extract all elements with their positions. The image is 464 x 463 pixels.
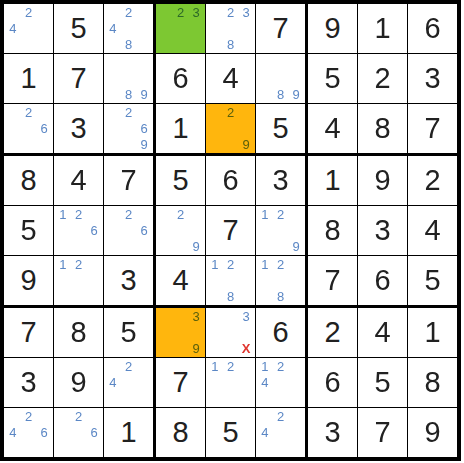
empty-candidate-slot <box>207 5 223 21</box>
cell-r6c2[interactable]: 12 <box>54 256 103 305</box>
empty-candidate-slot <box>136 359 152 375</box>
empty-candidate-slot <box>288 375 304 391</box>
empty-candidate-slot <box>105 390 121 406</box>
candidate-9[interactable]: 9 <box>136 136 152 152</box>
candidate-6[interactable]: 6 <box>86 425 102 441</box>
empty-candidate-slot <box>71 425 87 441</box>
candidate-6[interactable]: 6 <box>36 121 52 137</box>
empty-candidate-slot <box>288 207 304 223</box>
cell-r8c8[interactable]: 5 <box>358 358 407 407</box>
candidate-9[interactable]: 9 <box>188 238 204 254</box>
candidate-2[interactable]: 2 <box>223 5 239 21</box>
empty-candidate-slot <box>121 223 137 239</box>
empty-candidate-slot <box>136 375 152 391</box>
cell-r9c4[interactable]: 8 <box>156 408 205 457</box>
empty-candidate-slot <box>136 390 152 406</box>
cell-r6c7[interactable]: 7 <box>308 256 357 305</box>
empty-candidate-slot <box>273 55 289 71</box>
candidate-grid: 246 <box>5 409 52 456</box>
cell-r7c2[interactable]: 8 <box>54 308 103 357</box>
cell-r2c7[interactable]: 5 <box>308 54 357 103</box>
candidate-grid: 23 <box>157 5 204 52</box>
candidate-grid: 39 <box>157 309 204 356</box>
candidate-6[interactable]: 6 <box>86 223 102 239</box>
candidate-3[interactable]: 3 <box>188 5 204 21</box>
candidate-8[interactable]: 8 <box>223 36 239 52</box>
candidate-1[interactable]: 1 <box>207 359 223 375</box>
solved-digit: 6 <box>374 266 390 295</box>
cell-r4c2[interactable]: 4 <box>54 156 103 205</box>
cell-r9c1[interactable]: 246 <box>4 408 53 457</box>
solved-digit: 1 <box>424 318 440 347</box>
empty-candidate-slot <box>288 257 304 273</box>
candidate-9[interactable]: 9 <box>288 86 304 102</box>
empty-candidate-slot <box>257 238 273 254</box>
solved-digit: 5 <box>172 166 188 195</box>
solved-digit: 1 <box>20 64 36 93</box>
empty-candidate-slot <box>86 288 102 304</box>
empty-candidate-slot <box>105 238 121 254</box>
empty-candidate-slot <box>223 325 239 341</box>
empty-candidate-slot <box>21 136 37 152</box>
cell-r6c8[interactable]: 6 <box>358 256 407 305</box>
empty-candidate-slot <box>157 36 173 52</box>
empty-candidate-slot <box>36 5 52 21</box>
empty-candidate-slot <box>86 257 102 273</box>
cell-r5c9[interactable]: 4 <box>408 206 457 255</box>
cell-r1c7[interactable]: 9 <box>308 4 357 53</box>
cell-r3c6[interactable]: 5 <box>256 104 305 153</box>
cell-r5c4[interactable]: 29 <box>156 206 205 255</box>
empty-candidate-slot <box>157 5 173 21</box>
solved-digit: 9 <box>20 266 36 295</box>
empty-candidate-slot <box>121 390 137 406</box>
candidate-4[interactable]: 4 <box>5 21 21 37</box>
empty-candidate-slot <box>257 223 273 239</box>
empty-candidate-slot <box>105 223 121 239</box>
empty-candidate-slot <box>273 223 289 239</box>
empty-candidate-slot <box>157 309 173 325</box>
empty-candidate-slot <box>238 36 254 52</box>
solved-digit: 7 <box>222 216 238 245</box>
candidate-2[interactable]: 2 <box>223 105 239 121</box>
cell-r5c8[interactable]: 3 <box>358 206 407 255</box>
candidate-3[interactable]: 3 <box>188 309 204 325</box>
empty-candidate-slot <box>105 359 121 375</box>
candidate-2[interactable]: 2 <box>121 105 137 121</box>
cell-r5c3[interactable]: 26 <box>104 206 153 255</box>
solved-digit: 4 <box>222 64 238 93</box>
cell-r9c3[interactable]: 1 <box>104 408 153 457</box>
cell-r9c9[interactable]: 9 <box>408 408 457 457</box>
solved-digit: 8 <box>324 216 340 245</box>
candidate-2[interactable]: 2 <box>273 359 289 375</box>
empty-candidate-slot <box>173 36 189 52</box>
cell-r4c1[interactable]: 8 <box>4 156 53 205</box>
cell-r6c1[interactable]: 9 <box>4 256 53 305</box>
candidate-4[interactable]: 4 <box>105 21 121 37</box>
empty-candidate-slot <box>36 21 52 37</box>
empty-candidate-slot <box>136 36 152 52</box>
empty-candidate-slot <box>136 105 152 121</box>
solved-digit: 9 <box>374 166 390 195</box>
cell-r8c2[interactable]: 9 <box>54 358 103 407</box>
cell-r8c9[interactable]: 8 <box>408 358 457 407</box>
empty-candidate-slot <box>257 409 273 425</box>
candidate-1[interactable]: 1 <box>257 207 273 223</box>
empty-candidate-slot <box>157 21 173 37</box>
solved-digit: 9 <box>424 418 440 447</box>
candidate-2[interactable]: 2 <box>273 257 289 273</box>
candidate-9[interactable]: 9 <box>136 86 152 102</box>
empty-candidate-slot <box>273 390 289 406</box>
empty-candidate-slot <box>136 21 152 37</box>
solved-digit: 4 <box>324 114 340 143</box>
solved-digit: 3 <box>120 266 136 295</box>
cell-r8c4[interactable]: 7 <box>156 358 205 407</box>
candidate-2[interactable]: 2 <box>21 105 37 121</box>
empty-candidate-slot <box>5 136 21 152</box>
candidate-grid: 24 <box>257 409 304 456</box>
empty-candidate-slot <box>36 105 52 121</box>
box-1: 2452481789263269 <box>4 4 153 153</box>
candidate-2[interactable]: 2 <box>173 207 189 223</box>
box-2: 23238764891295 <box>156 4 305 153</box>
cell-r5c5[interactable]: 7 <box>206 206 255 255</box>
candidate-2[interactable]: 2 <box>273 207 289 223</box>
empty-candidate-slot <box>257 440 273 456</box>
candidate-grid: 26 <box>5 105 52 152</box>
empty-candidate-slot <box>55 440 71 456</box>
candidate-8[interactable]: 8 <box>121 36 137 52</box>
empty-candidate-slot <box>188 36 204 52</box>
cell-r1c6[interactable]: 7 <box>256 4 305 53</box>
cell-r7c6[interactable]: 6 <box>256 308 305 357</box>
candidate-grid: 248 <box>105 5 152 52</box>
cell-r3c2[interactable]: 3 <box>54 104 103 153</box>
solved-digit: 4 <box>374 318 390 347</box>
candidate-4[interactable]: 4 <box>105 375 121 391</box>
cell-r3c7[interactable]: 4 <box>308 104 357 153</box>
empty-candidate-slot <box>257 55 273 71</box>
candidate-2[interactable]: 2 <box>173 5 189 21</box>
cell-r4c3[interactable]: 7 <box>104 156 153 205</box>
cell-r9c5[interactable]: 5 <box>206 408 255 457</box>
cell-r2c1[interactable]: 1 <box>4 54 53 103</box>
cell-r5c7[interactable]: 8 <box>308 206 357 255</box>
cell-r1c3[interactable]: 248 <box>104 4 153 53</box>
solved-digit: 9 <box>324 14 340 43</box>
cell-r9c6[interactable]: 24 <box>256 408 305 457</box>
empty-candidate-slot <box>136 207 152 223</box>
cell-r7c7[interactable]: 2 <box>308 308 357 357</box>
candidate-6[interactable]: 6 <box>136 121 152 137</box>
candidate-8[interactable]: 8 <box>273 288 289 304</box>
cell-r4c4[interactable]: 5 <box>156 156 205 205</box>
solved-digit: 3 <box>374 216 390 245</box>
empty-candidate-slot <box>173 325 189 341</box>
empty-candidate-slot <box>105 71 121 87</box>
empty-candidate-slot <box>288 359 304 375</box>
candidate-grid: 128 <box>257 257 304 304</box>
cell-r9c2[interactable]: 26 <box>54 408 103 457</box>
cell-r5c2[interactable]: 126 <box>54 206 103 255</box>
cell-r4c5[interactable]: 6 <box>206 156 255 205</box>
empty-candidate-slot <box>288 55 304 71</box>
candidate-2[interactable]: 2 <box>21 409 37 425</box>
empty-candidate-slot <box>238 325 254 341</box>
solved-digit: 1 <box>172 114 188 143</box>
solved-digit: 5 <box>70 14 86 43</box>
cell-r4c8[interactable]: 9 <box>358 156 407 205</box>
solved-digit: 8 <box>70 318 86 347</box>
candidate-3[interactable]: 3 <box>238 5 254 21</box>
empty-candidate-slot <box>188 21 204 37</box>
cell-r2c8[interactable]: 2 <box>358 54 407 103</box>
solved-digit: 6 <box>172 64 188 93</box>
empty-candidate-slot <box>273 71 289 87</box>
solved-digit: 7 <box>70 64 86 93</box>
candidate-1[interactable]: 1 <box>257 359 273 375</box>
candidate-2[interactable]: 2 <box>121 207 137 223</box>
empty-candidate-slot <box>238 257 254 273</box>
cell-r1c9[interactable]: 6 <box>408 4 457 53</box>
empty-candidate-slot <box>121 136 137 152</box>
candidate-2[interactable]: 2 <box>121 5 137 21</box>
solved-digit: 3 <box>324 418 340 447</box>
empty-candidate-slot <box>5 36 21 52</box>
cell-r2c2[interactable]: 7 <box>54 54 103 103</box>
empty-candidate-slot <box>223 273 239 289</box>
solved-digit: 6 <box>424 14 440 43</box>
solved-digit: 3 <box>20 368 36 397</box>
cell-r8c5[interactable]: 12 <box>206 358 255 407</box>
candidate-2[interactable]: 2 <box>223 257 239 273</box>
empty-candidate-slot <box>136 55 152 71</box>
empty-candidate-slot <box>105 136 121 152</box>
candidate-6[interactable]: 6 <box>136 223 152 239</box>
cell-r8c1[interactable]: 3 <box>4 358 53 407</box>
empty-candidate-slot <box>157 223 173 239</box>
empty-candidate-slot <box>257 71 273 87</box>
cell-r1c8[interactable]: 1 <box>358 4 407 53</box>
empty-candidate-slot <box>86 273 102 289</box>
solved-digit: 4 <box>70 166 86 195</box>
cell-r3c8[interactable]: 8 <box>358 104 407 153</box>
candidate-grid: 29 <box>157 207 204 254</box>
candidate-2[interactable]: 2 <box>21 5 37 21</box>
candidate-grid: 124 <box>257 359 304 406</box>
cell-r8c3[interactable]: 24 <box>104 358 153 407</box>
empty-candidate-slot <box>71 223 87 239</box>
empty-candidate-slot <box>273 440 289 456</box>
candidate-6[interactable]: 6 <box>36 425 52 441</box>
empty-candidate-slot <box>207 288 223 304</box>
empty-candidate-slot <box>86 440 102 456</box>
empty-candidate-slot <box>36 36 52 52</box>
solved-digit: 3 <box>424 64 440 93</box>
candidate-2[interactable]: 2 <box>121 359 137 375</box>
empty-candidate-slot <box>105 5 121 21</box>
solved-digit: 6 <box>272 318 288 347</box>
empty-candidate-slot <box>288 425 304 441</box>
candidate-2[interactable]: 2 <box>71 207 87 223</box>
empty-candidate-slot <box>21 36 37 52</box>
box-9: 241658379 <box>308 308 457 457</box>
cell-r3c4[interactable]: 1 <box>156 104 205 153</box>
solved-digit: 1 <box>324 166 340 195</box>
candidate-2[interactable]: 2 <box>71 409 87 425</box>
empty-candidate-slot <box>5 105 21 121</box>
empty-candidate-slot <box>238 273 254 289</box>
candidate-2[interactable]: 2 <box>273 409 289 425</box>
empty-candidate-slot <box>157 207 173 223</box>
cell-r1c1[interactable]: 24 <box>4 4 53 53</box>
cell-r1c2[interactable]: 5 <box>54 4 103 53</box>
cell-r7c1[interactable]: 7 <box>4 308 53 357</box>
solved-digit: 5 <box>222 418 238 447</box>
empty-candidate-slot <box>288 273 304 289</box>
cell-r4c6[interactable]: 3 <box>256 156 305 205</box>
cell-r2c9[interactable]: 3 <box>408 54 457 103</box>
cell-r6c4[interactable]: 4 <box>156 256 205 305</box>
solved-digit: 5 <box>424 266 440 295</box>
empty-candidate-slot <box>105 86 121 102</box>
empty-candidate-slot <box>105 121 121 137</box>
cell-r1c5[interactable]: 238 <box>206 4 255 53</box>
candidate-grid: 29 <box>207 105 254 152</box>
cell-r7c9[interactable]: 1 <box>408 308 457 357</box>
empty-candidate-slot <box>207 121 223 137</box>
solved-digit: 8 <box>424 368 440 397</box>
solved-digit: 8 <box>20 166 36 195</box>
empty-candidate-slot <box>238 390 254 406</box>
solved-digit: 6 <box>324 368 340 397</box>
cell-r2c6[interactable]: 89 <box>256 54 305 103</box>
candidate-grid: 24 <box>5 5 52 52</box>
empty-candidate-slot <box>173 21 189 37</box>
box-3: 916523487 <box>308 4 457 153</box>
solved-digit: 2 <box>424 166 440 195</box>
empty-candidate-slot <box>223 340 239 356</box>
cell-r7c3[interactable]: 5 <box>104 308 153 357</box>
candidate-4[interactable]: 4 <box>5 425 21 441</box>
cell-r2c3[interactable]: 89 <box>104 54 153 103</box>
empty-candidate-slot <box>173 309 189 325</box>
candidate-8[interactable]: 8 <box>223 288 239 304</box>
cell-r5c1[interactable]: 5 <box>4 206 53 255</box>
candidate-4[interactable]: 4 <box>257 375 273 391</box>
candidate-grid: 89 <box>257 55 304 102</box>
empty-candidate-slot <box>257 86 273 102</box>
cell-r7c4[interactable]: 39 <box>156 308 205 357</box>
empty-candidate-slot <box>36 136 52 152</box>
empty-candidate-slot <box>207 309 223 325</box>
solved-digit: 2 <box>374 64 390 93</box>
cell-r8c7[interactable]: 6 <box>308 358 357 407</box>
cell-r3c3[interactable]: 269 <box>104 104 153 153</box>
empty-candidate-slot <box>223 121 239 137</box>
cell-r1c4[interactable]: 23 <box>156 4 205 53</box>
cell-r2c4[interactable]: 6 <box>156 54 205 103</box>
cell-r3c5[interactable]: 29 <box>206 104 255 153</box>
cell-r6c9[interactable]: 5 <box>408 256 457 305</box>
solved-digit: 7 <box>172 368 188 397</box>
cell-r3c9[interactable]: 7 <box>408 104 457 153</box>
cell-r2c5[interactable]: 4 <box>206 54 255 103</box>
empty-candidate-slot <box>207 21 223 37</box>
empty-candidate-slot <box>105 55 121 71</box>
empty-candidate-slot <box>207 36 223 52</box>
candidate-8[interactable]: 8 <box>121 86 137 102</box>
empty-candidate-slot <box>207 273 223 289</box>
solved-digit: 1 <box>374 14 390 43</box>
empty-candidate-slot <box>55 425 71 441</box>
empty-candidate-slot <box>238 121 254 137</box>
candidate-1[interactable]: 1 <box>55 257 71 273</box>
cell-r8c6[interactable]: 124 <box>256 358 305 407</box>
cell-r7c8[interactable]: 4 <box>358 308 407 357</box>
candidate-2[interactable]: 2 <box>71 257 87 273</box>
cell-r9c7[interactable]: 3 <box>308 408 357 457</box>
solved-digit: 7 <box>424 114 440 143</box>
candidate-8[interactable]: 8 <box>273 86 289 102</box>
candidate-4[interactable]: 4 <box>257 425 273 441</box>
empty-candidate-slot <box>71 238 87 254</box>
cell-r6c6[interactable]: 128 <box>256 256 305 305</box>
candidate-2[interactable]: 2 <box>223 359 239 375</box>
empty-candidate-slot <box>223 21 239 37</box>
candidate-3[interactable]: 3 <box>238 309 254 325</box>
empty-candidate-slot <box>288 390 304 406</box>
cell-r6c5[interactable]: 128 <box>206 256 255 305</box>
empty-candidate-slot <box>86 207 102 223</box>
candidate-9[interactable]: 9 <box>188 340 204 356</box>
solved-digit: 3 <box>272 166 288 195</box>
candidate-1[interactable]: 1 <box>55 207 71 223</box>
empty-candidate-slot <box>121 55 137 71</box>
empty-candidate-slot <box>238 288 254 304</box>
empty-candidate-slot <box>136 5 152 21</box>
candidate-1[interactable]: 1 <box>257 257 273 273</box>
empty-candidate-slot <box>207 105 223 121</box>
box-7: 7853924246261 <box>4 308 153 457</box>
empty-candidate-slot <box>5 5 21 21</box>
cell-r4c9[interactable]: 2 <box>408 156 457 205</box>
empty-candidate-slot <box>288 288 304 304</box>
cell-r9c8[interactable]: 7 <box>358 408 407 457</box>
cell-r4c7[interactable]: 1 <box>308 156 357 205</box>
empty-candidate-slot <box>121 238 137 254</box>
empty-candidate-slot <box>71 288 87 304</box>
empty-candidate-slot <box>207 340 223 356</box>
empty-candidate-slot <box>105 36 121 52</box>
candidate-grid: 238 <box>207 5 254 52</box>
cell-r5c6[interactable]: 129 <box>256 206 305 255</box>
candidate-1[interactable]: 1 <box>207 257 223 273</box>
candidate-9[interactable]: 9 <box>288 238 304 254</box>
empty-candidate-slot <box>288 409 304 425</box>
box-4: 8475126269123 <box>4 156 153 305</box>
empty-candidate-slot <box>105 207 121 223</box>
empty-candidate-slot <box>21 21 37 37</box>
cell-r3c1[interactable]: 26 <box>4 104 53 153</box>
candidate-9[interactable]: 9 <box>238 136 254 152</box>
cell-r7c5[interactable]: 3X <box>206 308 255 357</box>
cell-r6c3[interactable]: 3 <box>104 256 153 305</box>
empty-candidate-slot <box>223 136 239 152</box>
candidate-grid: 26 <box>55 409 102 456</box>
